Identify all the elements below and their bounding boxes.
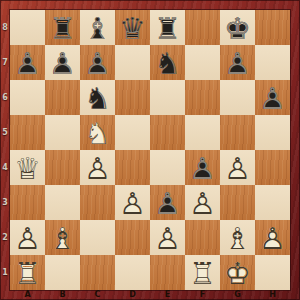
piece-glyph-outline: ♘ [80,81,115,116]
square-h8[interactable] [255,10,290,45]
black-king: ♚♔ [220,10,255,45]
file-label-c: C [80,290,115,300]
square-c1[interactable] [80,255,115,290]
square-g3[interactable] [220,185,255,220]
file-label-g: G [220,290,255,300]
square-d5[interactable] [115,115,150,150]
file-label-a: A [10,290,45,300]
square-h6[interactable]: ♟♙ [255,80,290,115]
piece-glyph-outline: ♕ [10,151,45,186]
board-frame: ♜♖♝♗♛♕♜♖♚♔♟♙♟♙♟♙♞♘♟♙♞♘♟♙♞♘♛♕♟♙♟♙♟♙♟♙♟♙♟♙… [0,0,300,300]
square-g5[interactable] [220,115,255,150]
rank-label-4: 4 [0,150,10,185]
square-f6[interactable] [185,80,220,115]
white-pawn: ♟♙ [220,150,255,185]
square-d3[interactable]: ♟♙ [115,185,150,220]
piece-glyph-outline: ♙ [185,186,220,221]
piece-glyph-outline: ♙ [255,221,290,256]
piece-glyph-outline: ♖ [10,256,45,291]
square-a7[interactable]: ♟♙ [10,45,45,80]
white-rook: ♜♖ [10,255,45,290]
square-e4[interactable] [150,150,185,185]
square-f2[interactable] [185,220,220,255]
piece-glyph-outline: ♙ [255,81,290,116]
square-e8[interactable]: ♜♖ [150,10,185,45]
square-e6[interactable] [150,80,185,115]
white-queen: ♛♕ [10,150,45,185]
file-label-b: B [45,290,80,300]
square-f5[interactable] [185,115,220,150]
white-pawn: ♟♙ [115,185,150,220]
square-a4[interactable]: ♛♕ [10,150,45,185]
piece-glyph-outline: ♘ [80,116,115,151]
white-pawn: ♟♙ [150,220,185,255]
black-knight: ♞♘ [150,45,185,80]
square-b1[interactable] [45,255,80,290]
square-c8[interactable]: ♝♗ [80,10,115,45]
black-pawn: ♟♙ [45,45,80,80]
piece-glyph-outline: ♖ [150,11,185,46]
square-g8[interactable]: ♚♔ [220,10,255,45]
square-c2[interactable] [80,220,115,255]
rank-labels: 87654321 [0,10,10,290]
piece-glyph-outline: ♗ [220,221,255,256]
rank-label-6: 6 [0,80,10,115]
square-b4[interactable] [45,150,80,185]
square-f8[interactable] [185,10,220,45]
square-b7[interactable]: ♟♙ [45,45,80,80]
black-knight: ♞♘ [80,80,115,115]
piece-glyph-outline: ♕ [115,11,150,46]
piece-glyph-outline: ♔ [220,11,255,46]
square-h5[interactable] [255,115,290,150]
square-g6[interactable] [220,80,255,115]
black-pawn: ♟♙ [150,185,185,220]
black-rook: ♜♖ [45,10,80,45]
black-rook: ♜♖ [150,10,185,45]
piece-glyph-outline: ♙ [45,46,80,81]
piece-glyph-outline: ♙ [80,46,115,81]
black-pawn: ♟♙ [220,45,255,80]
square-h7[interactable] [255,45,290,80]
rank-label-3: 3 [0,185,10,220]
square-c6[interactable]: ♞♘ [80,80,115,115]
square-b3[interactable] [45,185,80,220]
square-d1[interactable] [115,255,150,290]
rank-label-8: 8 [0,10,10,45]
square-e2[interactable]: ♟♙ [150,220,185,255]
square-h4[interactable] [255,150,290,185]
white-bishop: ♝♗ [45,220,80,255]
piece-glyph-outline: ♗ [45,221,80,256]
file-label-h: H [255,290,290,300]
square-d8[interactable]: ♛♕ [115,10,150,45]
square-e3[interactable]: ♟♙ [150,185,185,220]
square-a2[interactable]: ♟♙ [10,220,45,255]
square-b5[interactable] [45,115,80,150]
white-pawn: ♟♙ [80,150,115,185]
black-pawn: ♟♙ [10,45,45,80]
square-f4[interactable]: ♟♙ [185,150,220,185]
piece-glyph-outline: ♙ [150,186,185,221]
square-f7[interactable] [185,45,220,80]
square-d6[interactable] [115,80,150,115]
board: ♜♖♝♗♛♕♜♖♚♔♟♙♟♙♟♙♞♘♟♙♞♘♟♙♞♘♛♕♟♙♟♙♟♙♟♙♟♙♟♙… [10,10,290,290]
piece-glyph-outline: ♙ [220,46,255,81]
rank-label-5: 5 [0,115,10,150]
piece-glyph-outline: ♙ [10,221,45,256]
square-d4[interactable] [115,150,150,185]
piece-glyph-outline: ♖ [45,11,80,46]
black-pawn: ♟♙ [80,45,115,80]
rank-label-7: 7 [0,45,10,80]
piece-glyph-outline: ♙ [80,151,115,186]
black-queen: ♛♕ [115,10,150,45]
piece-glyph-outline: ♙ [115,186,150,221]
rank-label-1: 1 [0,255,10,290]
square-b8[interactable]: ♜♖ [45,10,80,45]
white-knight: ♞♘ [80,115,115,150]
white-bishop: ♝♗ [220,220,255,255]
square-f3[interactable]: ♟♙ [185,185,220,220]
black-pawn: ♟♙ [185,150,220,185]
square-a1[interactable]: ♜♖ [10,255,45,290]
square-b2[interactable]: ♝♗ [45,220,80,255]
file-label-f: F [185,290,220,300]
square-g7[interactable]: ♟♙ [220,45,255,80]
square-b6[interactable] [45,80,80,115]
square-c7[interactable]: ♟♙ [80,45,115,80]
square-g1[interactable]: ♚♔ [220,255,255,290]
piece-glyph-outline: ♗ [80,11,115,46]
piece-glyph-outline: ♖ [185,256,220,291]
black-pawn: ♟♙ [255,80,290,115]
piece-glyph-outline: ♙ [220,151,255,186]
square-c3[interactable] [80,185,115,220]
piece-glyph-outline: ♙ [185,151,220,186]
piece-glyph-outline: ♙ [150,221,185,256]
square-g4[interactable]: ♟♙ [220,150,255,185]
white-pawn: ♟♙ [255,220,290,255]
square-a3[interactable] [10,185,45,220]
square-e7[interactable]: ♞♘ [150,45,185,80]
square-c4[interactable]: ♟♙ [80,150,115,185]
piece-glyph-outline: ♘ [150,46,185,81]
file-label-e: E [150,290,185,300]
black-bishop: ♝♗ [80,10,115,45]
square-a8[interactable] [10,10,45,45]
piece-glyph-outline: ♔ [220,256,255,291]
square-e5[interactable] [150,115,185,150]
rank-label-2: 2 [0,220,10,255]
square-h1[interactable] [255,255,290,290]
white-pawn: ♟♙ [10,220,45,255]
piece-glyph-outline: ♙ [10,46,45,81]
square-d2[interactable] [115,220,150,255]
square-f1[interactable]: ♜♖ [185,255,220,290]
file-labels: ABCDEFGH [10,290,290,300]
square-a6[interactable] [10,80,45,115]
file-label-d: D [115,290,150,300]
square-g2[interactable]: ♝♗ [220,220,255,255]
square-e1[interactable] [150,255,185,290]
white-pawn: ♟♙ [185,185,220,220]
square-c5[interactable]: ♞♘ [80,115,115,150]
white-rook: ♜♖ [185,255,220,290]
square-h2[interactable]: ♟♙ [255,220,290,255]
square-h3[interactable] [255,185,290,220]
white-king: ♚♔ [220,255,255,290]
square-d7[interactable] [115,45,150,80]
square-a5[interactable] [10,115,45,150]
